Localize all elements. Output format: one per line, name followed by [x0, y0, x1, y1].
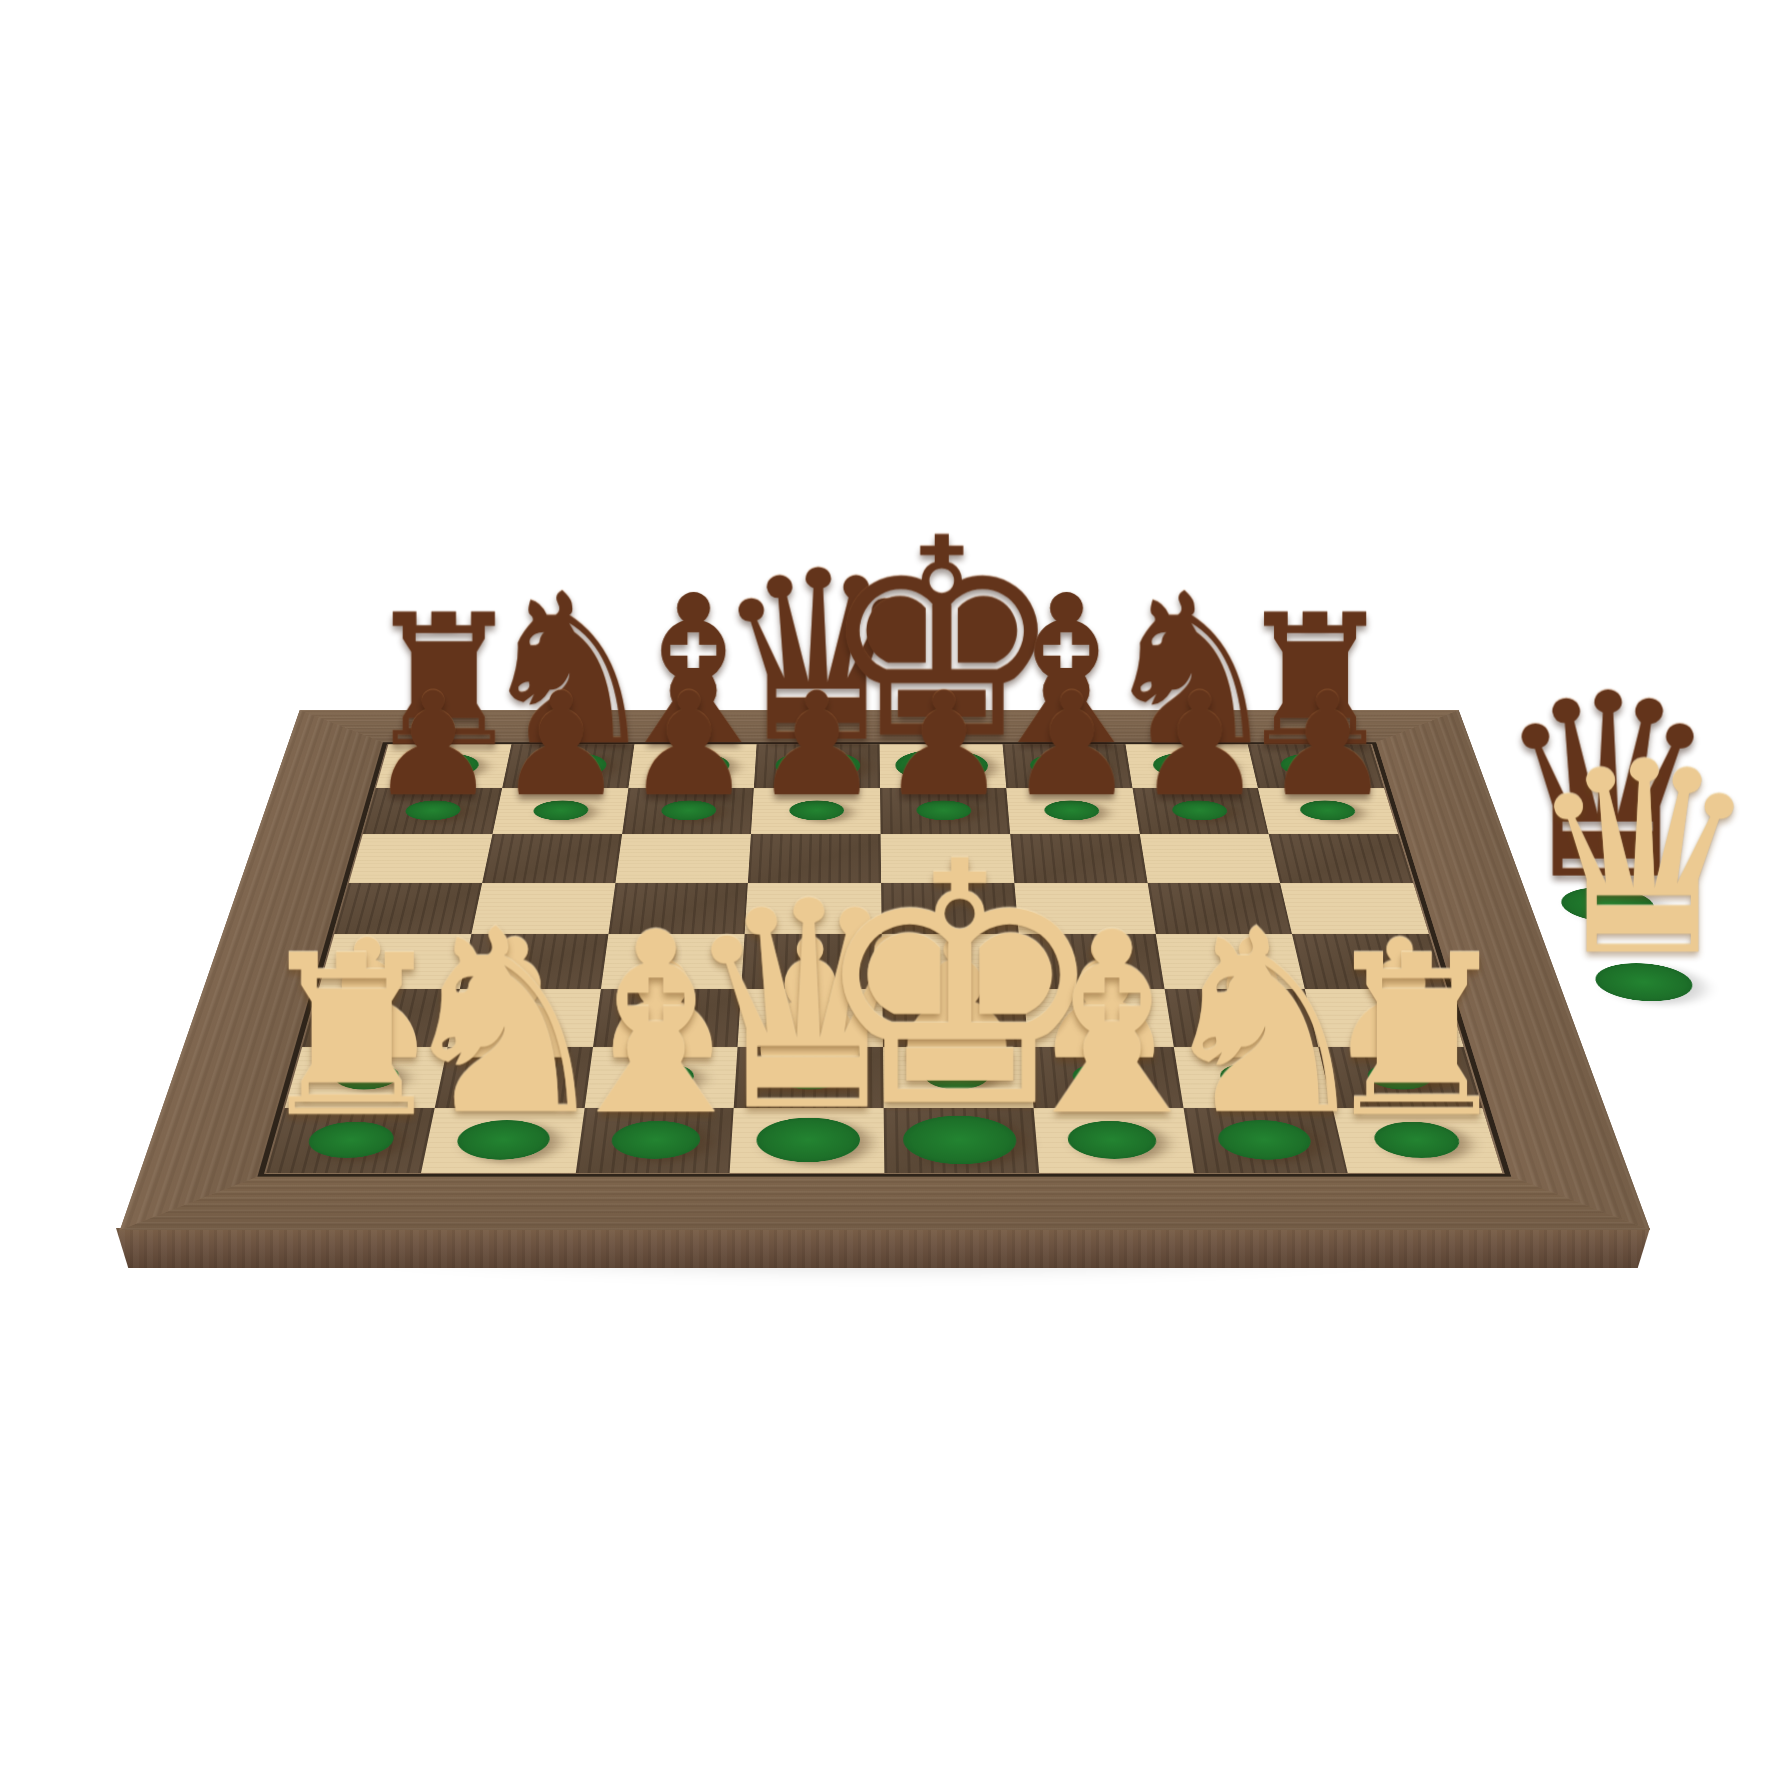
dark-pawn-glyph: ♟	[369, 679, 497, 811]
dark-pawn-glyph: ♟	[1263, 679, 1391, 811]
dark-pawn-glyph: ♟	[497, 679, 625, 811]
light-bishop-glyph: ♝	[1000, 909, 1225, 1140]
dark-pawn-glyph: ♟	[1135, 679, 1263, 811]
light-bishop-glyph: ♝	[543, 909, 768, 1140]
light-queen-glyph: ♛	[1525, 738, 1763, 982]
chess-board: ♜♞♝♛♚♝♞♜♟♟♟♟♟♟♟♟♟♟♟♟♟♟♟♟♜♞♝♛♚♝♞♜♛♛	[120, 710, 1650, 1230]
pieces-layer: ♜♞♝♛♚♝♞♜♟♟♟♟♟♟♟♟♟♟♟♟♟♟♟♟♜♞♝♛♚♝♞♜♛♛	[120, 710, 1650, 1230]
studio-scene: ♜♞♝♛♚♝♞♜♟♟♟♟♟♟♟♟♟♟♟♟♟♟♟♟♜♞♝♛♚♝♞♜♛♛	[0, 0, 1772, 1772]
dark-pawn-glyph: ♟	[625, 679, 753, 811]
perspective-viewport: ♜♞♝♛♚♝♞♜♟♟♟♟♟♟♟♟♟♟♟♟♟♟♟♟♜♞♝♛♚♝♞♜♛♛	[0, 0, 1772, 1772]
